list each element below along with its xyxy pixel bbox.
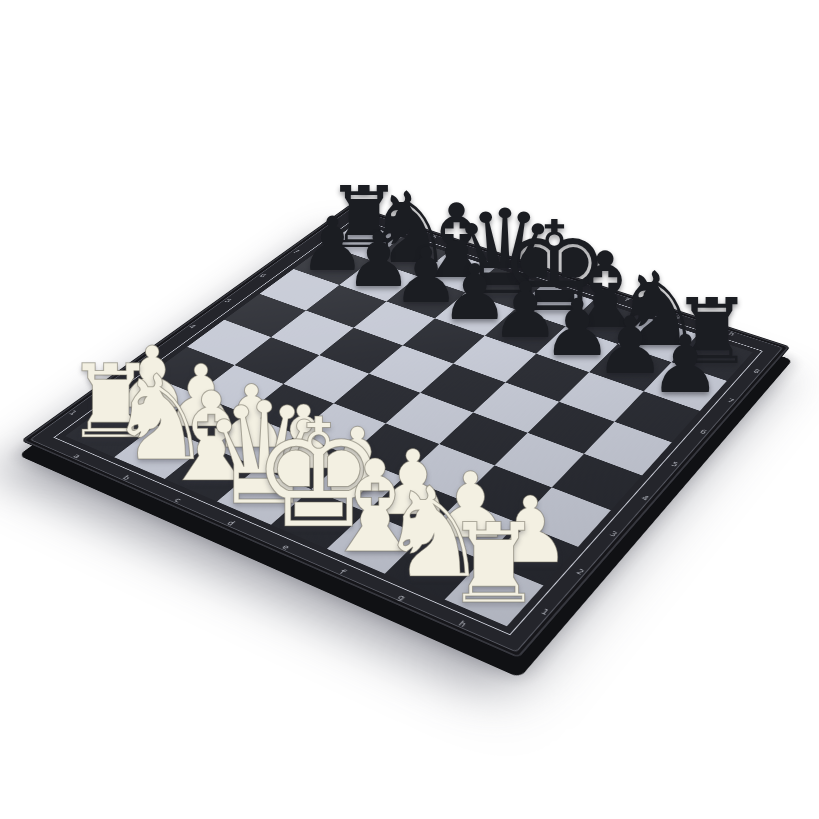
coordinate-label: 5 <box>670 461 679 468</box>
square-h5[interactable] <box>584 422 672 476</box>
coordinate-label: 3 <box>608 531 618 538</box>
coordinate-label: 4 <box>640 495 650 502</box>
product-photo-stage: abcdefgh abcdefgh 87654321 87654321 ♜♞♝♛… <box>0 0 819 819</box>
coordinate-label: 5 <box>223 298 232 303</box>
coordinate-label: 8 <box>752 369 761 375</box>
coordinate-label: 2 <box>575 568 585 576</box>
white-rook-h1[interactable]: ♜ <box>445 509 544 620</box>
black-pawn-h7[interactable]: ♟ <box>650 325 722 405</box>
coordinate-label: 6 <box>699 429 708 435</box>
square-g5[interactable] <box>528 402 615 454</box>
coordinate-label: 7 <box>726 398 735 404</box>
coordinate-label: 6 <box>258 273 267 278</box>
